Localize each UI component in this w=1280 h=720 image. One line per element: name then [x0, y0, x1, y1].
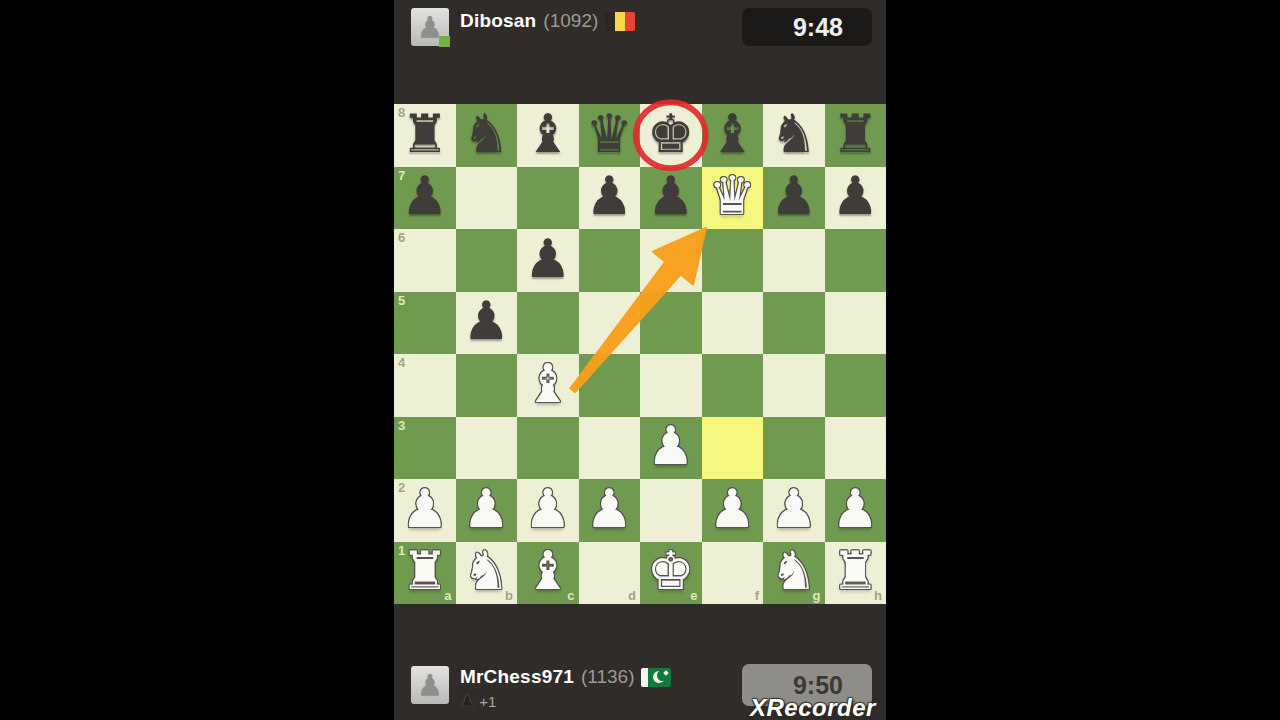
square-h6[interactable]: [825, 229, 887, 292]
file-label-e: e: [690, 589, 697, 602]
square-e3[interactable]: ♟: [640, 417, 702, 480]
square-d8[interactable]: ♛: [579, 104, 641, 167]
piece-white-pawn[interactable]: ♟: [647, 419, 695, 472]
square-h1[interactable]: ♜h: [825, 542, 887, 605]
pawn-avatar-icon: ♟: [417, 671, 443, 700]
pakistan-flag-icon: [641, 668, 671, 687]
square-e7[interactable]: ♟: [640, 167, 702, 230]
player-info[interactable]: MrChess971 (1136): [460, 666, 671, 688]
piece-white-pawn[interactable]: ♟: [462, 482, 510, 535]
square-b8[interactable]: ♞: [456, 104, 518, 167]
square-d1[interactable]: d: [579, 542, 641, 605]
square-f3[interactable]: [702, 417, 764, 480]
square-b7[interactable]: [456, 167, 518, 230]
square-d6[interactable]: [579, 229, 641, 292]
piece-black-bishop[interactable]: ♝: [524, 107, 572, 160]
square-h5[interactable]: [825, 292, 887, 355]
square-h2[interactable]: ♟: [825, 479, 887, 542]
square-h3[interactable]: [825, 417, 887, 480]
square-f2[interactable]: ♟: [702, 479, 764, 542]
piece-black-pawn[interactable]: ♟: [647, 169, 695, 222]
square-a5[interactable]: 5: [394, 292, 456, 355]
piece-white-king[interactable]: ♚: [647, 544, 695, 597]
piece-white-rook[interactable]: ♜: [831, 544, 879, 597]
square-c6[interactable]: ♟: [517, 229, 579, 292]
opponent-info[interactable]: Dibosan (1092): [460, 10, 635, 32]
piece-black-pawn[interactable]: ♟: [462, 294, 510, 347]
square-g8[interactable]: ♞: [763, 104, 825, 167]
player-name: MrChess971: [460, 666, 574, 688]
square-f4[interactable]: [702, 354, 764, 417]
file-label-b: b: [505, 589, 513, 602]
piece-white-pawn[interactable]: ♟: [708, 482, 756, 535]
square-d3[interactable]: [579, 417, 641, 480]
app-panel: ♟ Dibosan (1092) 9:48 ♜8♞♝♛♚♝♞♜♟7♟♟♛♟♟6♟…: [394, 0, 886, 720]
material-count: +1: [479, 693, 496, 710]
square-b1[interactable]: ♞b: [456, 542, 518, 605]
piece-black-pawn[interactable]: ♟: [770, 169, 818, 222]
captured-black-pawn-icon: ♟: [460, 693, 474, 709]
square-a1[interactable]: ♜1a: [394, 542, 456, 605]
square-b4[interactable]: [456, 354, 518, 417]
piece-white-pawn[interactable]: ♟: [831, 482, 879, 535]
opponent-avatar[interactable]: ♟: [411, 8, 449, 46]
square-a3[interactable]: 3: [394, 417, 456, 480]
square-b2[interactable]: ♟: [456, 479, 518, 542]
square-g4[interactable]: [763, 354, 825, 417]
square-c8[interactable]: ♝: [517, 104, 579, 167]
square-g7[interactable]: ♟: [763, 167, 825, 230]
material-advantage: ♟ +1: [460, 693, 496, 709]
square-c2[interactable]: ♟: [517, 479, 579, 542]
opponent-clock: 9:48: [742, 8, 872, 46]
square-e1[interactable]: ♚e: [640, 542, 702, 605]
piece-black-pawn[interactable]: ♟: [585, 169, 633, 222]
square-c4[interactable]: ♝: [517, 354, 579, 417]
piece-white-rook[interactable]: ♜: [401, 544, 449, 597]
piece-white-knight[interactable]: ♞: [462, 544, 510, 597]
square-e4[interactable]: [640, 354, 702, 417]
rank-label-1: 1: [398, 544, 405, 557]
piece-white-knight[interactable]: ♞: [770, 544, 818, 597]
square-a6[interactable]: 6: [394, 229, 456, 292]
rank-label-3: 3: [398, 419, 405, 432]
square-c7[interactable]: [517, 167, 579, 230]
square-b6[interactable]: [456, 229, 518, 292]
piece-black-queen[interactable]: ♛: [585, 107, 633, 160]
square-d2[interactable]: ♟: [579, 479, 641, 542]
square-c5[interactable]: [517, 292, 579, 355]
square-e8[interactable]: ♚: [640, 104, 702, 167]
square-a8[interactable]: ♜8: [394, 104, 456, 167]
file-label-c: c: [567, 589, 574, 602]
square-h7[interactable]: ♟: [825, 167, 887, 230]
rank-label-2: 2: [398, 481, 405, 494]
chess-board[interactable]: ♜8♞♝♛♚♝♞♜♟7♟♟♛♟♟6♟5♟4♝3♟♟2♟♟♟♟♟♟♜1a♞b♝cd…: [394, 104, 886, 604]
opponent-rating: (1092): [543, 10, 598, 32]
piece-black-rook[interactable]: ♜: [401, 107, 449, 160]
square-b3[interactable]: [456, 417, 518, 480]
file-label-d: d: [628, 589, 636, 602]
square-g2[interactable]: ♟: [763, 479, 825, 542]
opponent-name: Dibosan: [460, 10, 536, 32]
square-d4[interactable]: [579, 354, 641, 417]
square-a2[interactable]: ♟2: [394, 479, 456, 542]
online-badge: [439, 36, 450, 47]
square-b5[interactable]: ♟: [456, 292, 518, 355]
square-g5[interactable]: [763, 292, 825, 355]
player-avatar[interactable]: ♟: [411, 666, 449, 704]
piece-white-pawn[interactable]: ♟: [401, 482, 449, 535]
square-h8[interactable]: ♜: [825, 104, 887, 167]
piece-white-queen[interactable]: ♛: [708, 169, 756, 222]
piece-black-bishop[interactable]: ♝: [708, 107, 756, 160]
piece-white-pawn[interactable]: ♟: [585, 482, 633, 535]
rank-label-8: 8: [398, 106, 405, 119]
piece-black-pawn[interactable]: ♟: [831, 169, 879, 222]
rank-label-4: 4: [398, 356, 405, 369]
square-f6[interactable]: [702, 229, 764, 292]
square-f7[interactable]: ♛: [702, 167, 764, 230]
square-f5[interactable]: [702, 292, 764, 355]
belgium-flag-icon: [605, 12, 635, 31]
piece-black-king[interactable]: ♚: [647, 107, 695, 160]
square-c3[interactable]: [517, 417, 579, 480]
piece-black-knight[interactable]: ♞: [462, 107, 510, 160]
piece-white-pawn[interactable]: ♟: [770, 482, 818, 535]
rank-label-7: 7: [398, 169, 405, 182]
square-c1[interactable]: ♝c: [517, 542, 579, 605]
square-e2[interactable]: [640, 479, 702, 542]
xrecorder-watermark: XRecorder: [750, 694, 876, 720]
player-rating: (1136): [581, 666, 635, 688]
piece-white-bishop[interactable]: ♝: [524, 544, 572, 597]
file-label-h: h: [874, 589, 882, 602]
square-g6[interactable]: [763, 229, 825, 292]
file-label-g: g: [813, 589, 821, 602]
piece-black-rook[interactable]: ♜: [831, 107, 879, 160]
square-g3[interactable]: [763, 417, 825, 480]
piece-black-knight[interactable]: ♞: [770, 107, 818, 160]
square-a4[interactable]: 4: [394, 354, 456, 417]
file-label-a: a: [444, 589, 451, 602]
square-a7[interactable]: ♟7: [394, 167, 456, 230]
file-label-f: f: [755, 589, 759, 602]
piece-black-pawn[interactable]: ♟: [401, 169, 449, 222]
square-f8[interactable]: ♝: [702, 104, 764, 167]
square-g1[interactable]: ♞g: [763, 542, 825, 605]
piece-black-pawn[interactable]: ♟: [524, 232, 572, 285]
square-f1[interactable]: f: [702, 542, 764, 605]
rank-label-5: 5: [398, 294, 405, 307]
rank-label-6: 6: [398, 231, 405, 244]
square-d7[interactable]: ♟: [579, 167, 641, 230]
piece-white-bishop[interactable]: ♝: [524, 357, 572, 410]
square-d5[interactable]: [579, 292, 641, 355]
piece-white-pawn[interactable]: ♟: [524, 482, 572, 535]
square-h4[interactable]: [825, 354, 887, 417]
square-e5[interactable]: [640, 292, 702, 355]
square-e6[interactable]: [640, 229, 702, 292]
